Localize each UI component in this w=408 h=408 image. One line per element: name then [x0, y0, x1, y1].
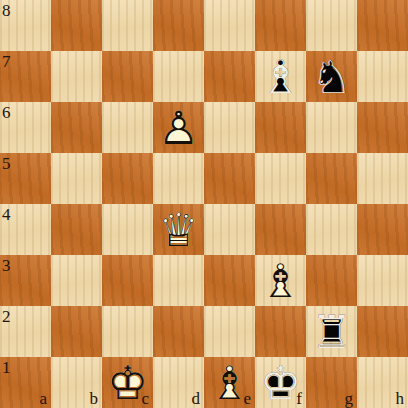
- square-c3[interactable]: [102, 255, 153, 306]
- file-label-c: c: [141, 390, 149, 407]
- rank-label-7: 7: [2, 53, 11, 70]
- black-knight-outline-icon: ♘: [306, 51, 357, 102]
- square-a8[interactable]: 8: [0, 0, 51, 51]
- file-label-a: a: [39, 390, 47, 407]
- rank-label-5: 5: [2, 155, 11, 172]
- rank-label-8: 8: [2, 2, 11, 19]
- square-b7[interactable]: [51, 51, 102, 102]
- square-e8[interactable]: [204, 0, 255, 51]
- square-a6[interactable]: 6: [0, 102, 51, 153]
- square-f3[interactable]: ♝♗: [255, 255, 306, 306]
- black-rook-outline-icon: ♖: [306, 306, 357, 357]
- square-d6[interactable]: ♟♙: [153, 102, 204, 153]
- square-b6[interactable]: [51, 102, 102, 153]
- square-e6[interactable]: [204, 102, 255, 153]
- square-b5[interactable]: [51, 153, 102, 204]
- square-d1[interactable]: d: [153, 357, 204, 408]
- square-c7[interactable]: [102, 51, 153, 102]
- square-d3[interactable]: [153, 255, 204, 306]
- square-h3[interactable]: [357, 255, 408, 306]
- square-c8[interactable]: [102, 0, 153, 51]
- piece-white-bishop-f3[interactable]: ♝♗: [255, 255, 306, 306]
- square-f8[interactable]: [255, 0, 306, 51]
- file-label-d: d: [192, 390, 201, 407]
- square-f6[interactable]: [255, 102, 306, 153]
- rank-label-1: 1: [2, 359, 11, 376]
- square-g7[interactable]: ♞♘: [306, 51, 357, 102]
- square-g5[interactable]: [306, 153, 357, 204]
- square-b2[interactable]: [51, 306, 102, 357]
- white-bishop-outline-icon: ♗: [255, 255, 306, 306]
- square-f5[interactable]: [255, 153, 306, 204]
- piece-white-pawn-d6[interactable]: ♟♙: [153, 102, 204, 153]
- square-c4[interactable]: [102, 204, 153, 255]
- square-c1[interactable]: c♚♔: [102, 357, 153, 408]
- square-h8[interactable]: [357, 0, 408, 51]
- square-d8[interactable]: [153, 0, 204, 51]
- square-g4[interactable]: [306, 204, 357, 255]
- square-h7[interactable]: [357, 51, 408, 102]
- piece-white-queen-d4[interactable]: ♛♕: [153, 204, 204, 255]
- square-h1[interactable]: h: [357, 357, 408, 408]
- square-a7[interactable]: 7: [0, 51, 51, 102]
- square-f2[interactable]: [255, 306, 306, 357]
- square-h6[interactable]: [357, 102, 408, 153]
- square-f7[interactable]: ♝♗: [255, 51, 306, 102]
- square-a5[interactable]: 5: [0, 153, 51, 204]
- file-label-h: h: [396, 390, 405, 407]
- square-g3[interactable]: [306, 255, 357, 306]
- square-d7[interactable]: [153, 51, 204, 102]
- square-g1[interactable]: g: [306, 357, 357, 408]
- square-e7[interactable]: [204, 51, 255, 102]
- square-b4[interactable]: [51, 204, 102, 255]
- square-a1[interactable]: 1a: [0, 357, 51, 408]
- square-h4[interactable]: [357, 204, 408, 255]
- square-a3[interactable]: 3: [0, 255, 51, 306]
- square-c6[interactable]: [102, 102, 153, 153]
- file-label-f: f: [296, 390, 302, 407]
- square-d4[interactable]: ♛♕: [153, 204, 204, 255]
- piece-black-rook-g2[interactable]: ♜♖: [306, 306, 357, 357]
- square-g8[interactable]: [306, 0, 357, 51]
- square-g6[interactable]: [306, 102, 357, 153]
- black-bishop-outline-icon: ♗: [255, 51, 306, 102]
- square-a4[interactable]: 4: [0, 204, 51, 255]
- piece-black-knight-g7[interactable]: ♞♘: [306, 51, 357, 102]
- piece-black-bishop-f7[interactable]: ♝♗: [255, 51, 306, 102]
- file-label-g: g: [345, 390, 354, 407]
- square-f1[interactable]: f♚♔: [255, 357, 306, 408]
- square-b8[interactable]: [51, 0, 102, 51]
- square-e2[interactable]: [204, 306, 255, 357]
- square-d5[interactable]: [153, 153, 204, 204]
- rank-label-2: 2: [2, 308, 11, 325]
- rank-label-4: 4: [2, 206, 11, 223]
- square-b3[interactable]: [51, 255, 102, 306]
- square-e4[interactable]: [204, 204, 255, 255]
- square-f4[interactable]: [255, 204, 306, 255]
- square-c2[interactable]: [102, 306, 153, 357]
- square-a2[interactable]: 2: [0, 306, 51, 357]
- square-b1[interactable]: b: [51, 357, 102, 408]
- square-e3[interactable]: [204, 255, 255, 306]
- chess-board: 87♝♗♞♘6♟♙54♛♕3♝♗2♜♖1abc♚♔de♝♗f♚♔gh: [0, 0, 408, 408]
- square-h5[interactable]: [357, 153, 408, 204]
- square-c5[interactable]: [102, 153, 153, 204]
- file-label-b: b: [90, 390, 99, 407]
- rank-label-3: 3: [2, 257, 11, 274]
- white-pawn-outline-icon: ♙: [153, 102, 204, 153]
- rank-label-6: 6: [2, 104, 11, 121]
- square-h2[interactable]: [357, 306, 408, 357]
- square-e1[interactable]: e♝♗: [204, 357, 255, 408]
- square-d2[interactable]: [153, 306, 204, 357]
- file-label-e: e: [243, 390, 251, 407]
- white-queen-outline-icon: ♕: [153, 204, 204, 255]
- square-e5[interactable]: [204, 153, 255, 204]
- square-g2[interactable]: ♜♖: [306, 306, 357, 357]
